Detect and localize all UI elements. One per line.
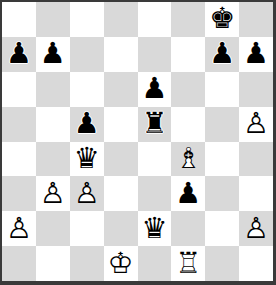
square-g8[interactable]: ♚ bbox=[205, 2, 239, 37]
square-b5[interactable] bbox=[36, 107, 70, 142]
square-f8[interactable] bbox=[171, 2, 205, 37]
black-queen: ♛ bbox=[138, 211, 172, 246]
square-g7[interactable]: ♟ bbox=[205, 37, 239, 72]
square-h7[interactable]: ♟ bbox=[239, 37, 273, 72]
square-h6[interactable] bbox=[239, 72, 273, 107]
black-pawn: ♟ bbox=[70, 107, 104, 142]
black-king: ♚ bbox=[205, 2, 239, 37]
square-h4[interactable] bbox=[239, 142, 273, 177]
chess-board-frame: ♚♟♟♟♟♟♟♜♟♙♛♝♗♟♙♟♙♟♟♙♛♟♙♚♔♜♖ bbox=[0, 0, 276, 285]
square-f4[interactable]: ♝♗ bbox=[171, 142, 205, 177]
square-c3[interactable]: ♟♙ bbox=[70, 176, 104, 211]
square-g2[interactable] bbox=[205, 211, 239, 246]
square-e1[interactable] bbox=[138, 246, 172, 281]
square-g6[interactable] bbox=[205, 72, 239, 107]
square-d6[interactable] bbox=[104, 72, 138, 107]
square-e2[interactable]: ♛ bbox=[138, 211, 172, 246]
square-a3[interactable] bbox=[2, 176, 36, 211]
square-e3[interactable] bbox=[138, 176, 172, 211]
square-b8[interactable] bbox=[36, 2, 70, 37]
white-rook: ♜♖ bbox=[171, 246, 205, 281]
square-h3[interactable] bbox=[239, 176, 273, 211]
black-pawn: ♟ bbox=[138, 72, 172, 107]
square-f5[interactable] bbox=[171, 107, 205, 142]
square-b1[interactable] bbox=[36, 246, 70, 281]
square-f6[interactable] bbox=[171, 72, 205, 107]
square-c8[interactable] bbox=[70, 2, 104, 37]
square-h5[interactable]: ♟♙ bbox=[239, 107, 273, 142]
square-c1[interactable] bbox=[70, 246, 104, 281]
square-d3[interactable] bbox=[104, 176, 138, 211]
square-d7[interactable] bbox=[104, 37, 138, 72]
square-e8[interactable] bbox=[138, 2, 172, 37]
black-pawn: ♟ bbox=[171, 176, 205, 211]
square-d1[interactable]: ♚♔ bbox=[104, 246, 138, 281]
square-e4[interactable] bbox=[138, 142, 172, 177]
square-a2[interactable]: ♟♙ bbox=[2, 211, 36, 246]
square-c6[interactable] bbox=[70, 72, 104, 107]
square-e7[interactable] bbox=[138, 37, 172, 72]
black-pawn: ♟ bbox=[205, 37, 239, 72]
square-g1[interactable] bbox=[205, 246, 239, 281]
black-rook: ♜ bbox=[138, 107, 172, 142]
white-king: ♚♔ bbox=[104, 246, 138, 281]
square-b6[interactable] bbox=[36, 72, 70, 107]
black-pawn: ♟ bbox=[239, 37, 273, 72]
square-e6[interactable]: ♟ bbox=[138, 72, 172, 107]
black-pawn: ♟ bbox=[2, 37, 36, 72]
square-g4[interactable] bbox=[205, 142, 239, 177]
white-pawn: ♟♙ bbox=[36, 176, 70, 211]
square-f2[interactable] bbox=[171, 211, 205, 246]
square-d4[interactable] bbox=[104, 142, 138, 177]
square-c5[interactable]: ♟ bbox=[70, 107, 104, 142]
white-pawn: ♟♙ bbox=[239, 211, 273, 246]
square-a1[interactable] bbox=[2, 246, 36, 281]
square-d8[interactable] bbox=[104, 2, 138, 37]
chess-board: ♚♟♟♟♟♟♟♜♟♙♛♝♗♟♙♟♙♟♟♙♛♟♙♚♔♜♖ bbox=[2, 2, 273, 281]
square-h2[interactable]: ♟♙ bbox=[239, 211, 273, 246]
square-b2[interactable] bbox=[36, 211, 70, 246]
square-e5[interactable]: ♜ bbox=[138, 107, 172, 142]
square-g5[interactable] bbox=[205, 107, 239, 142]
square-d2[interactable] bbox=[104, 211, 138, 246]
square-b7[interactable]: ♟ bbox=[36, 37, 70, 72]
black-pawn: ♟ bbox=[36, 37, 70, 72]
square-h8[interactable] bbox=[239, 2, 273, 37]
square-f1[interactable]: ♜♖ bbox=[171, 246, 205, 281]
square-d5[interactable] bbox=[104, 107, 138, 142]
square-c2[interactable] bbox=[70, 211, 104, 246]
square-a5[interactable] bbox=[2, 107, 36, 142]
square-c7[interactable] bbox=[70, 37, 104, 72]
white-pawn: ♟♙ bbox=[70, 176, 104, 211]
square-b4[interactable] bbox=[36, 142, 70, 177]
square-a4[interactable] bbox=[2, 142, 36, 177]
white-pawn: ♟♙ bbox=[2, 211, 36, 246]
square-f3[interactable]: ♟ bbox=[171, 176, 205, 211]
square-a7[interactable]: ♟ bbox=[2, 37, 36, 72]
white-pawn: ♟♙ bbox=[239, 107, 273, 142]
square-a6[interactable] bbox=[2, 72, 36, 107]
square-a8[interactable] bbox=[2, 2, 36, 37]
square-g3[interactable] bbox=[205, 176, 239, 211]
white-bishop: ♝♗ bbox=[171, 142, 205, 177]
square-h1[interactable] bbox=[239, 246, 273, 281]
black-queen: ♛ bbox=[70, 142, 104, 177]
square-f7[interactable] bbox=[171, 37, 205, 72]
square-c4[interactable]: ♛ bbox=[70, 142, 104, 177]
square-b3[interactable]: ♟♙ bbox=[36, 176, 70, 211]
